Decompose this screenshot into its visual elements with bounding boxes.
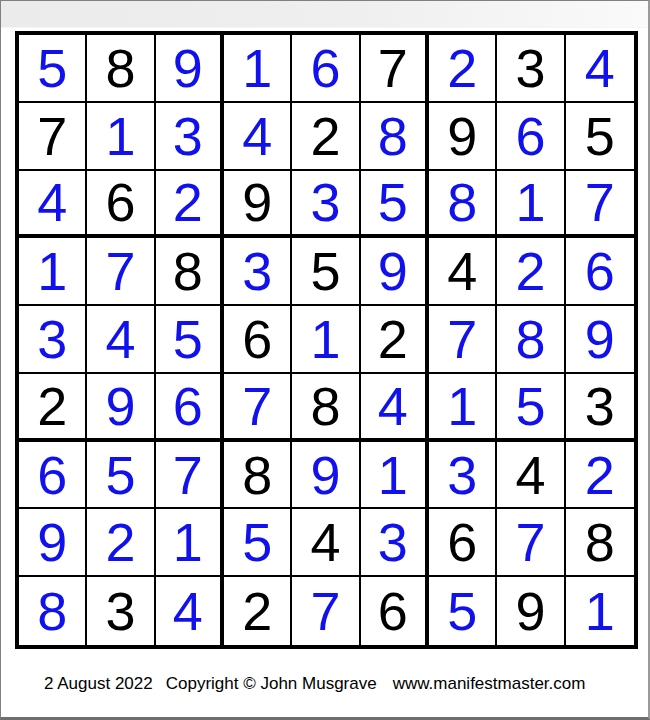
cell-r6c3: 6 bbox=[156, 374, 224, 442]
given-digit: 8 bbox=[173, 244, 203, 298]
cell-r5c4: 6 bbox=[224, 306, 292, 374]
given-digit: 6 bbox=[105, 175, 135, 229]
cell-r6c5: 8 bbox=[292, 374, 360, 442]
footer-date: 2 August 2022 bbox=[44, 674, 153, 693]
solved-digit: 3 bbox=[310, 175, 340, 229]
given-digit: 5 bbox=[310, 244, 340, 298]
footer-credit: 2 August 2022Copyright © John Musgraveww… bbox=[1, 674, 648, 694]
solved-digit: 1 bbox=[310, 312, 340, 366]
solved-digit: 1 bbox=[173, 515, 203, 569]
cell-r8c3: 1 bbox=[156, 509, 224, 577]
cell-r7c3: 7 bbox=[156, 442, 224, 510]
solved-digit: 5 bbox=[37, 41, 67, 95]
top-bar bbox=[1, 1, 648, 28]
cell-r6c8: 5 bbox=[497, 374, 565, 442]
solved-digit: 1 bbox=[37, 244, 67, 298]
cell-r4c7: 4 bbox=[429, 238, 497, 306]
page: { "game": "sudoku", "board": { "size": 9… bbox=[0, 0, 650, 720]
cell-r5c6: 2 bbox=[361, 306, 429, 374]
cell-r5c7: 7 bbox=[429, 306, 497, 374]
solved-digit: 2 bbox=[105, 515, 135, 569]
given-digit: 6 bbox=[378, 584, 408, 638]
solved-digit: 8 bbox=[378, 109, 408, 163]
cell-r9c3: 4 bbox=[156, 577, 224, 645]
cell-r9c2: 3 bbox=[87, 577, 155, 645]
solved-digit: 9 bbox=[585, 312, 615, 366]
cell-r5c8: 8 bbox=[497, 306, 565, 374]
cell-r7c5: 9 bbox=[292, 442, 360, 510]
cell-r8c8: 7 bbox=[497, 509, 565, 577]
cell-r3c2: 6 bbox=[87, 171, 155, 239]
cell-r2c1: 7 bbox=[19, 103, 87, 171]
cell-r9c8: 9 bbox=[497, 577, 565, 645]
cell-r4c3: 8 bbox=[156, 238, 224, 306]
cell-r6c7: 1 bbox=[429, 374, 497, 442]
cell-r5c3: 5 bbox=[156, 306, 224, 374]
solved-digit: 9 bbox=[310, 448, 340, 502]
cell-r9c4: 2 bbox=[224, 577, 292, 645]
solved-digit: 8 bbox=[515, 312, 545, 366]
cell-r7c9: 2 bbox=[566, 442, 634, 510]
given-digit: 4 bbox=[447, 244, 477, 298]
solved-digit: 5 bbox=[447, 584, 477, 638]
cell-r4c2: 7 bbox=[87, 238, 155, 306]
solved-digit: 5 bbox=[242, 515, 272, 569]
cell-r2c6: 8 bbox=[361, 103, 429, 171]
solved-digit: 7 bbox=[173, 448, 203, 502]
cell-r8c6: 3 bbox=[361, 509, 429, 577]
solved-digit: 7 bbox=[105, 244, 135, 298]
solved-digit: 1 bbox=[515, 175, 545, 229]
given-digit: 6 bbox=[447, 515, 477, 569]
given-digit: 3 bbox=[585, 379, 615, 433]
given-digit: 9 bbox=[242, 175, 272, 229]
cell-r4c6: 9 bbox=[361, 238, 429, 306]
solved-digit: 1 bbox=[585, 584, 615, 638]
solved-digit: 4 bbox=[173, 584, 203, 638]
solved-digit: 7 bbox=[310, 584, 340, 638]
given-digit: 2 bbox=[37, 379, 67, 433]
cell-r1c9: 4 bbox=[566, 35, 634, 103]
cell-r8c9: 8 bbox=[566, 509, 634, 577]
cell-r5c5: 1 bbox=[292, 306, 360, 374]
given-digit: 9 bbox=[447, 109, 477, 163]
solved-digit: 8 bbox=[37, 584, 67, 638]
solved-digit: 2 bbox=[585, 448, 615, 502]
sudoku-board: 5891672347134289654629358171783594263456… bbox=[15, 31, 638, 649]
cell-r1c1: 5 bbox=[19, 35, 87, 103]
solved-digit: 4 bbox=[585, 41, 615, 95]
cell-r8c2: 2 bbox=[87, 509, 155, 577]
given-digit: 2 bbox=[310, 109, 340, 163]
cell-r2c7: 9 bbox=[429, 103, 497, 171]
solved-digit: 9 bbox=[37, 515, 67, 569]
given-digit: 2 bbox=[242, 584, 272, 638]
solved-digit: 1 bbox=[105, 109, 135, 163]
solved-digit: 5 bbox=[173, 312, 203, 366]
given-digit: 6 bbox=[242, 312, 272, 366]
cell-r1c5: 6 bbox=[292, 35, 360, 103]
given-digit: 7 bbox=[37, 109, 67, 163]
cell-r5c2: 4 bbox=[87, 306, 155, 374]
cell-r6c9: 3 bbox=[566, 374, 634, 442]
cell-r3c8: 1 bbox=[497, 171, 565, 239]
solved-digit: 3 bbox=[447, 448, 477, 502]
cell-r1c8: 3 bbox=[497, 35, 565, 103]
cell-r9c6: 6 bbox=[361, 577, 429, 645]
solved-digit: 6 bbox=[585, 244, 615, 298]
solved-digit: 6 bbox=[515, 109, 545, 163]
cell-r2c5: 2 bbox=[292, 103, 360, 171]
given-digit: 8 bbox=[585, 515, 615, 569]
cell-r1c6: 7 bbox=[361, 35, 429, 103]
footer-website: www.manifestmaster.com bbox=[393, 674, 586, 693]
solved-digit: 9 bbox=[378, 244, 408, 298]
cell-r7c6: 1 bbox=[361, 442, 429, 510]
cell-r9c9: 1 bbox=[566, 577, 634, 645]
cell-r9c1: 8 bbox=[19, 577, 87, 645]
given-digit: 8 bbox=[105, 41, 135, 95]
cell-r4c8: 2 bbox=[497, 238, 565, 306]
given-digit: 4 bbox=[310, 515, 340, 569]
cell-r3c9: 7 bbox=[566, 171, 634, 239]
cell-r4c9: 6 bbox=[566, 238, 634, 306]
solved-digit: 1 bbox=[242, 41, 272, 95]
cell-r3c3: 2 bbox=[156, 171, 224, 239]
cell-r7c4: 8 bbox=[224, 442, 292, 510]
solved-digit: 7 bbox=[447, 312, 477, 366]
solved-digit: 4 bbox=[105, 312, 135, 366]
solved-digit: 5 bbox=[515, 379, 545, 433]
solved-digit: 4 bbox=[378, 379, 408, 433]
given-digit: 7 bbox=[378, 41, 408, 95]
cell-r6c4: 7 bbox=[224, 374, 292, 442]
given-digit: 4 bbox=[515, 448, 545, 502]
solved-digit: 1 bbox=[378, 448, 408, 502]
cell-r7c8: 4 bbox=[497, 442, 565, 510]
cell-r2c2: 1 bbox=[87, 103, 155, 171]
cell-r9c7: 5 bbox=[429, 577, 497, 645]
cell-r8c1: 9 bbox=[19, 509, 87, 577]
cell-r2c3: 3 bbox=[156, 103, 224, 171]
cell-r2c9: 5 bbox=[566, 103, 634, 171]
cell-r1c7: 2 bbox=[429, 35, 497, 103]
cell-r6c1: 2 bbox=[19, 374, 87, 442]
cell-r3c6: 5 bbox=[361, 171, 429, 239]
solved-digit: 7 bbox=[515, 515, 545, 569]
cell-r4c4: 3 bbox=[224, 238, 292, 306]
given-digit: 3 bbox=[105, 584, 135, 638]
given-digit: 9 bbox=[515, 584, 545, 638]
solved-digit: 3 bbox=[37, 312, 67, 366]
solved-digit: 6 bbox=[37, 448, 67, 502]
cell-r3c5: 3 bbox=[292, 171, 360, 239]
solved-digit: 9 bbox=[105, 379, 135, 433]
given-digit: 2 bbox=[378, 312, 408, 366]
solved-digit: 1 bbox=[447, 379, 477, 433]
solved-digit: 6 bbox=[310, 41, 340, 95]
cell-r1c2: 8 bbox=[87, 35, 155, 103]
cell-r7c2: 5 bbox=[87, 442, 155, 510]
solved-digit: 3 bbox=[173, 109, 203, 163]
cell-r8c5: 4 bbox=[292, 509, 360, 577]
cell-r3c4: 9 bbox=[224, 171, 292, 239]
solved-digit: 7 bbox=[242, 379, 272, 433]
solved-digit: 6 bbox=[173, 379, 203, 433]
cell-r6c6: 4 bbox=[361, 374, 429, 442]
cell-r2c8: 6 bbox=[497, 103, 565, 171]
cell-r9c5: 7 bbox=[292, 577, 360, 645]
solved-digit: 9 bbox=[173, 41, 203, 95]
cell-r1c3: 9 bbox=[156, 35, 224, 103]
solved-digit: 4 bbox=[37, 175, 67, 229]
cell-r4c5: 5 bbox=[292, 238, 360, 306]
solved-digit: 5 bbox=[378, 175, 408, 229]
cell-r7c1: 6 bbox=[19, 442, 87, 510]
cell-r6c2: 9 bbox=[87, 374, 155, 442]
solved-digit: 7 bbox=[585, 175, 615, 229]
given-digit: 5 bbox=[585, 109, 615, 163]
cell-r8c4: 5 bbox=[224, 509, 292, 577]
cell-r4c1: 1 bbox=[19, 238, 87, 306]
cell-r5c1: 3 bbox=[19, 306, 87, 374]
cell-r2c4: 4 bbox=[224, 103, 292, 171]
solved-digit: 3 bbox=[378, 515, 408, 569]
cell-r1c4: 1 bbox=[224, 35, 292, 103]
cell-r3c7: 8 bbox=[429, 171, 497, 239]
cell-r8c7: 6 bbox=[429, 509, 497, 577]
given-digit: 8 bbox=[310, 379, 340, 433]
given-digit: 8 bbox=[242, 448, 272, 502]
solved-digit: 2 bbox=[173, 175, 203, 229]
solved-digit: 3 bbox=[242, 244, 272, 298]
solved-digit: 4 bbox=[242, 109, 272, 163]
solved-digit: 2 bbox=[515, 244, 545, 298]
solved-digit: 8 bbox=[447, 175, 477, 229]
cell-r7c7: 3 bbox=[429, 442, 497, 510]
given-digit: 3 bbox=[515, 41, 545, 95]
cell-r5c9: 9 bbox=[566, 306, 634, 374]
solved-digit: 2 bbox=[447, 41, 477, 95]
solved-digit: 5 bbox=[105, 448, 135, 502]
footer-copyright: Copyright © John Musgrave bbox=[166, 674, 377, 693]
cell-r3c1: 4 bbox=[19, 171, 87, 239]
